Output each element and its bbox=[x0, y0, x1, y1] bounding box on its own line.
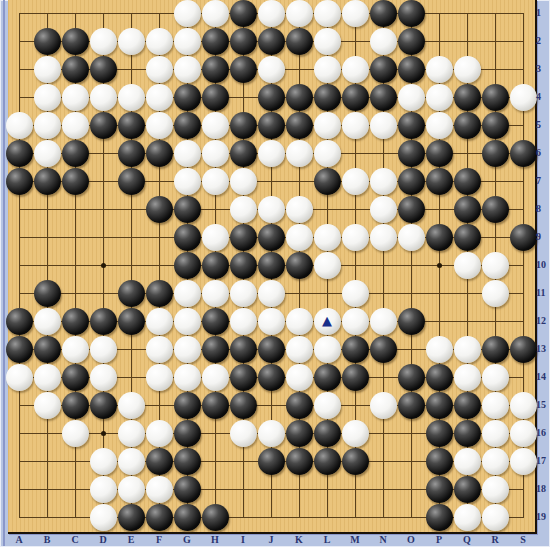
black-stone-O14[interactable] bbox=[398, 364, 425, 391]
white-stone-B5[interactable] bbox=[34, 112, 61, 139]
white-stone-Q17[interactable] bbox=[454, 448, 481, 475]
white-stone-Q3[interactable] bbox=[454, 56, 481, 83]
black-stone-N3[interactable] bbox=[370, 56, 397, 83]
white-stone-M5[interactable] bbox=[342, 112, 369, 139]
black-stone-N1[interactable] bbox=[370, 0, 397, 27]
white-stone-K9[interactable] bbox=[286, 224, 313, 251]
white-stone-B12[interactable] bbox=[34, 308, 61, 335]
black-stone-Q15[interactable] bbox=[454, 392, 481, 419]
black-stone-O1[interactable] bbox=[398, 0, 425, 27]
col-label-J: J bbox=[261, 534, 281, 545]
row-label-15: 15 bbox=[536, 399, 550, 410]
black-stone-I9[interactable] bbox=[230, 224, 257, 251]
black-stone-F8[interactable] bbox=[146, 196, 173, 223]
col-label-G: G bbox=[177, 534, 197, 545]
white-stone-J12[interactable] bbox=[258, 308, 285, 335]
black-stone-G4[interactable] bbox=[174, 84, 201, 111]
white-stone-G2[interactable] bbox=[174, 28, 201, 55]
white-stone-J16[interactable] bbox=[258, 420, 285, 447]
row-label-19: 19 bbox=[536, 511, 550, 522]
black-stone-G15[interactable] bbox=[174, 392, 201, 419]
black-stone-E5[interactable] bbox=[118, 112, 145, 139]
black-stone-H4[interactable] bbox=[202, 84, 229, 111]
white-stone-S4[interactable] bbox=[510, 84, 537, 111]
black-stone-E6[interactable] bbox=[118, 140, 145, 167]
black-stone-D12[interactable] bbox=[90, 308, 117, 335]
white-stone-F14[interactable] bbox=[146, 364, 173, 391]
white-stone-J6[interactable] bbox=[258, 140, 285, 167]
black-stone-R5[interactable] bbox=[482, 112, 509, 139]
white-stone-B14[interactable] bbox=[34, 364, 61, 391]
col-label-B: B bbox=[37, 534, 57, 545]
white-stone-D4[interactable] bbox=[90, 84, 117, 111]
triangle-marker: ▲ bbox=[322, 314, 332, 327]
white-stone-B6[interactable] bbox=[34, 140, 61, 167]
col-label-H: H bbox=[205, 534, 225, 545]
white-stone-P3[interactable] bbox=[426, 56, 453, 83]
white-stone-O4[interactable] bbox=[398, 84, 425, 111]
black-stone-R8[interactable] bbox=[482, 196, 509, 223]
black-stone-H2[interactable] bbox=[202, 28, 229, 55]
black-stone-G17[interactable] bbox=[174, 448, 201, 475]
row-label-4: 4 bbox=[536, 91, 550, 102]
black-stone-F6[interactable] bbox=[146, 140, 173, 167]
black-stone-B7[interactable] bbox=[34, 168, 61, 195]
white-stone-M11[interactable] bbox=[342, 280, 369, 307]
white-stone-N2[interactable] bbox=[370, 28, 397, 55]
white-stone-I8[interactable] bbox=[230, 196, 257, 223]
white-stone-D2[interactable] bbox=[90, 28, 117, 55]
white-stone-L15[interactable] bbox=[314, 392, 341, 419]
col-label-M: M bbox=[345, 534, 365, 545]
black-stone-P9[interactable] bbox=[426, 224, 453, 251]
white-stone-N15[interactable] bbox=[370, 392, 397, 419]
white-stone-F18[interactable] bbox=[146, 476, 173, 503]
black-stone-I1[interactable] bbox=[230, 0, 257, 27]
white-stone-L1[interactable] bbox=[314, 0, 341, 27]
col-label-Q: Q bbox=[457, 534, 477, 545]
white-stone-S17[interactable] bbox=[510, 448, 537, 475]
col-label-D: D bbox=[93, 534, 113, 545]
star-point bbox=[101, 431, 106, 436]
white-stone-G13[interactable] bbox=[174, 336, 201, 363]
black-stone-D5[interactable] bbox=[90, 112, 117, 139]
black-stone-C15[interactable] bbox=[62, 392, 89, 419]
white-stone-G6[interactable] bbox=[174, 140, 201, 167]
black-stone-S9[interactable] bbox=[510, 224, 537, 251]
white-stone-L2[interactable] bbox=[314, 28, 341, 55]
white-stone-G12[interactable] bbox=[174, 308, 201, 335]
row-label-13: 13 bbox=[536, 343, 550, 354]
black-stone-Q9[interactable] bbox=[454, 224, 481, 251]
white-stone-Q19[interactable] bbox=[454, 504, 481, 531]
white-stone-F16[interactable] bbox=[146, 420, 173, 447]
star-point bbox=[437, 263, 442, 268]
black-stone-A7[interactable] bbox=[6, 168, 33, 195]
black-stone-J5[interactable] bbox=[258, 112, 285, 139]
black-stone-G5[interactable] bbox=[174, 112, 201, 139]
white-stone-E17[interactable] bbox=[118, 448, 145, 475]
row-label-6: 6 bbox=[536, 147, 550, 158]
white-stone-G7[interactable] bbox=[174, 168, 201, 195]
col-label-N: N bbox=[373, 534, 393, 545]
white-stone-Q10[interactable] bbox=[454, 252, 481, 279]
white-stone-L10[interactable] bbox=[314, 252, 341, 279]
row-label-12: 12 bbox=[536, 315, 550, 326]
black-stone-P14[interactable] bbox=[426, 364, 453, 391]
white-stone-M12[interactable] bbox=[342, 308, 369, 335]
white-stone-G14[interactable] bbox=[174, 364, 201, 391]
black-stone-R13[interactable] bbox=[482, 336, 509, 363]
black-stone-C14[interactable] bbox=[62, 364, 89, 391]
white-stone-C5[interactable] bbox=[62, 112, 89, 139]
white-stone-D18[interactable] bbox=[90, 476, 117, 503]
white-stone-J3[interactable] bbox=[258, 56, 285, 83]
white-stone-D17[interactable] bbox=[90, 448, 117, 475]
black-stone-G10[interactable] bbox=[174, 252, 201, 279]
black-stone-P18[interactable] bbox=[426, 476, 453, 503]
col-label-R: R bbox=[485, 534, 505, 545]
white-stone-L13[interactable] bbox=[314, 336, 341, 363]
black-stone-F17[interactable] bbox=[146, 448, 173, 475]
black-stone-I2[interactable] bbox=[230, 28, 257, 55]
black-stone-J9[interactable] bbox=[258, 224, 285, 251]
black-stone-E11[interactable] bbox=[118, 280, 145, 307]
row-label-16: 16 bbox=[536, 427, 550, 438]
black-stone-S13[interactable] bbox=[510, 336, 537, 363]
black-stone-O8[interactable] bbox=[398, 196, 425, 223]
white-stone-S15[interactable] bbox=[510, 392, 537, 419]
col-label-P: P bbox=[429, 534, 449, 545]
black-stone-Q4[interactable] bbox=[454, 84, 481, 111]
black-stone-K16[interactable] bbox=[286, 420, 313, 447]
black-stone-A13[interactable] bbox=[6, 336, 33, 363]
black-stone-P17[interactable] bbox=[426, 448, 453, 475]
white-stone-K1[interactable] bbox=[286, 0, 313, 27]
white-stone-A5[interactable] bbox=[6, 112, 33, 139]
black-stone-A6[interactable] bbox=[6, 140, 33, 167]
white-stone-F2[interactable] bbox=[146, 28, 173, 55]
white-stone-F13[interactable] bbox=[146, 336, 173, 363]
black-stone-I6[interactable] bbox=[230, 140, 257, 167]
white-stone-H7[interactable] bbox=[202, 168, 229, 195]
white-stone-I7[interactable] bbox=[230, 168, 257, 195]
col-label-K: K bbox=[289, 534, 309, 545]
white-stone-K8[interactable] bbox=[286, 196, 313, 223]
black-stone-L17[interactable] bbox=[314, 448, 341, 475]
row-label-2: 2 bbox=[536, 35, 550, 46]
white-stone-J8[interactable] bbox=[258, 196, 285, 223]
white-stone-B4[interactable] bbox=[34, 84, 61, 111]
white-stone-R11[interactable] bbox=[482, 280, 509, 307]
row-label-11: 11 bbox=[536, 287, 550, 298]
black-stone-H15[interactable] bbox=[202, 392, 229, 419]
white-stone-G11[interactable] bbox=[174, 280, 201, 307]
black-stone-E19[interactable] bbox=[118, 504, 145, 531]
white-stone-E2[interactable] bbox=[118, 28, 145, 55]
white-stone-F4[interactable] bbox=[146, 84, 173, 111]
black-stone-L16[interactable] bbox=[314, 420, 341, 447]
black-stone-O15[interactable] bbox=[398, 392, 425, 419]
col-label-E: E bbox=[121, 534, 141, 545]
white-stone-E16[interactable] bbox=[118, 420, 145, 447]
white-stone-H11[interactable] bbox=[202, 280, 229, 307]
white-stone-A14[interactable] bbox=[6, 364, 33, 391]
black-stone-Q7[interactable] bbox=[454, 168, 481, 195]
white-stone-D19[interactable] bbox=[90, 504, 117, 531]
black-stone-F11[interactable] bbox=[146, 280, 173, 307]
black-stone-O5[interactable] bbox=[398, 112, 425, 139]
black-stone-P15[interactable] bbox=[426, 392, 453, 419]
white-stone-L9[interactable] bbox=[314, 224, 341, 251]
white-stone-G1[interactable] bbox=[174, 0, 201, 27]
black-stone-Q5[interactable] bbox=[454, 112, 481, 139]
black-stone-K15[interactable] bbox=[286, 392, 313, 419]
row-label-10: 10 bbox=[536, 259, 550, 270]
white-stone-N5[interactable] bbox=[370, 112, 397, 139]
white-stone-H5[interactable] bbox=[202, 112, 229, 139]
white-stone-P13[interactable] bbox=[426, 336, 453, 363]
black-stone-D3[interactable] bbox=[90, 56, 117, 83]
white-stone-M1[interactable] bbox=[342, 0, 369, 27]
black-stone-O6[interactable] bbox=[398, 140, 425, 167]
white-stone-H1[interactable] bbox=[202, 0, 229, 27]
white-stone-O9[interactable] bbox=[398, 224, 425, 251]
row-label-8: 8 bbox=[536, 203, 550, 214]
white-stone-R14[interactable] bbox=[482, 364, 509, 391]
white-stone-N9[interactable] bbox=[370, 224, 397, 251]
black-stone-J13[interactable] bbox=[258, 336, 285, 363]
black-stone-J10[interactable] bbox=[258, 252, 285, 279]
black-stone-F19[interactable] bbox=[146, 504, 173, 531]
black-stone-Q8[interactable] bbox=[454, 196, 481, 223]
black-stone-L14[interactable] bbox=[314, 364, 341, 391]
white-stone-I11[interactable] bbox=[230, 280, 257, 307]
white-stone-H9[interactable] bbox=[202, 224, 229, 251]
black-stone-J4[interactable] bbox=[258, 84, 285, 111]
white-stone-M16[interactable] bbox=[342, 420, 369, 447]
black-stone-C2[interactable] bbox=[62, 28, 89, 55]
black-stone-B2[interactable] bbox=[34, 28, 61, 55]
black-stone-C6[interactable] bbox=[62, 140, 89, 167]
white-stone-R19[interactable] bbox=[482, 504, 509, 531]
white-stone-J11[interactable] bbox=[258, 280, 285, 307]
row-label-5: 5 bbox=[536, 119, 550, 130]
white-stone-P4[interactable] bbox=[426, 84, 453, 111]
white-stone-B15[interactable] bbox=[34, 392, 61, 419]
white-stone-M7[interactable] bbox=[342, 168, 369, 195]
black-stone-G18[interactable] bbox=[174, 476, 201, 503]
white-stone-F3[interactable] bbox=[146, 56, 173, 83]
row-label-1: 1 bbox=[536, 7, 550, 18]
white-stone-R10[interactable] bbox=[482, 252, 509, 279]
col-label-O: O bbox=[401, 534, 421, 545]
black-stone-G16[interactable] bbox=[174, 420, 201, 447]
black-stone-S6[interactable] bbox=[510, 140, 537, 167]
white-stone-R17[interactable] bbox=[482, 448, 509, 475]
white-stone-S16[interactable] bbox=[510, 420, 537, 447]
black-stone-B13[interactable] bbox=[34, 336, 61, 363]
white-stone-P5[interactable] bbox=[426, 112, 453, 139]
black-stone-P19[interactable] bbox=[426, 504, 453, 531]
black-stone-J2[interactable] bbox=[258, 28, 285, 55]
black-stone-H10[interactable] bbox=[202, 252, 229, 279]
black-stone-D15[interactable] bbox=[90, 392, 117, 419]
black-stone-P7[interactable] bbox=[426, 168, 453, 195]
white-stone-R15[interactable] bbox=[482, 392, 509, 419]
black-stone-K17[interactable] bbox=[286, 448, 313, 475]
black-stone-C7[interactable] bbox=[62, 168, 89, 195]
row-label-18: 18 bbox=[536, 483, 550, 494]
row-label-14: 14 bbox=[536, 371, 550, 382]
black-stone-Q18[interactable] bbox=[454, 476, 481, 503]
white-stone-H6[interactable] bbox=[202, 140, 229, 167]
black-stone-E12[interactable] bbox=[118, 308, 145, 335]
black-stone-I13[interactable] bbox=[230, 336, 257, 363]
white-stone-Q13[interactable] bbox=[454, 336, 481, 363]
white-stone-L12[interactable]: ▲ bbox=[314, 308, 341, 335]
white-stone-L6[interactable] bbox=[314, 140, 341, 167]
white-stone-R16[interactable] bbox=[482, 420, 509, 447]
black-stone-M13[interactable] bbox=[342, 336, 369, 363]
white-stone-M9[interactable] bbox=[342, 224, 369, 251]
white-stone-F5[interactable] bbox=[146, 112, 173, 139]
white-stone-B3[interactable] bbox=[34, 56, 61, 83]
black-stone-Q16[interactable] bbox=[454, 420, 481, 447]
white-stone-Q14[interactable] bbox=[454, 364, 481, 391]
white-stone-L5[interactable] bbox=[314, 112, 341, 139]
black-stone-J14[interactable] bbox=[258, 364, 285, 391]
col-label-F: F bbox=[149, 534, 169, 545]
black-stone-O12[interactable] bbox=[398, 308, 425, 335]
white-stone-E4[interactable] bbox=[118, 84, 145, 111]
black-stone-N4[interactable] bbox=[370, 84, 397, 111]
row-label-9: 9 bbox=[536, 231, 550, 242]
white-stone-K14[interactable] bbox=[286, 364, 313, 391]
white-stone-J1[interactable] bbox=[258, 0, 285, 27]
black-stone-K10[interactable] bbox=[286, 252, 313, 279]
black-stone-M17[interactable] bbox=[342, 448, 369, 475]
col-label-C: C bbox=[65, 534, 85, 545]
white-stone-K12[interactable] bbox=[286, 308, 313, 335]
black-stone-L7[interactable] bbox=[314, 168, 341, 195]
white-stone-C4[interactable] bbox=[62, 84, 89, 111]
black-stone-I14[interactable] bbox=[230, 364, 257, 391]
star-point bbox=[101, 263, 106, 268]
black-stone-I3[interactable] bbox=[230, 56, 257, 83]
white-stone-N7[interactable] bbox=[370, 168, 397, 195]
black-stone-H19[interactable] bbox=[202, 504, 229, 531]
white-stone-I12[interactable] bbox=[230, 308, 257, 335]
black-stone-I15[interactable] bbox=[230, 392, 257, 419]
col-label-I: I bbox=[233, 534, 253, 545]
white-stone-F12[interactable] bbox=[146, 308, 173, 335]
black-stone-K5[interactable] bbox=[286, 112, 313, 139]
white-stone-N12[interactable] bbox=[370, 308, 397, 335]
black-stone-C12[interactable] bbox=[62, 308, 89, 335]
black-stone-K2[interactable] bbox=[286, 28, 313, 55]
black-stone-I10[interactable] bbox=[230, 252, 257, 279]
black-stone-N13[interactable] bbox=[370, 336, 397, 363]
black-stone-P16[interactable] bbox=[426, 420, 453, 447]
row-label-17: 17 bbox=[536, 455, 550, 466]
white-stone-E18[interactable] bbox=[118, 476, 145, 503]
black-stone-B11[interactable] bbox=[34, 280, 61, 307]
black-stone-M4[interactable] bbox=[342, 84, 369, 111]
black-stone-H3[interactable] bbox=[202, 56, 229, 83]
white-stone-K6[interactable] bbox=[286, 140, 313, 167]
black-stone-J17[interactable] bbox=[258, 448, 285, 475]
white-stone-K13[interactable] bbox=[286, 336, 313, 363]
white-stone-D13[interactable] bbox=[90, 336, 117, 363]
black-stone-K4[interactable] bbox=[286, 84, 313, 111]
black-stone-C3[interactable] bbox=[62, 56, 89, 83]
white-stone-R18[interactable] bbox=[482, 476, 509, 503]
black-stone-P6[interactable] bbox=[426, 140, 453, 167]
black-stone-A12[interactable] bbox=[6, 308, 33, 335]
black-stone-O3[interactable] bbox=[398, 56, 425, 83]
black-stone-I5[interactable] bbox=[230, 112, 257, 139]
white-stone-C13[interactable] bbox=[62, 336, 89, 363]
white-stone-M3[interactable] bbox=[342, 56, 369, 83]
white-stone-L3[interactable] bbox=[314, 56, 341, 83]
row-label-7: 7 bbox=[536, 175, 550, 186]
black-stone-E7[interactable] bbox=[118, 168, 145, 195]
black-stone-O2[interactable] bbox=[398, 28, 425, 55]
black-stone-G19[interactable] bbox=[174, 504, 201, 531]
black-stone-R6[interactable] bbox=[482, 140, 509, 167]
black-stone-O7[interactable] bbox=[398, 168, 425, 195]
white-stone-C16[interactable] bbox=[62, 420, 89, 447]
col-label-S: S bbox=[513, 534, 533, 545]
white-stone-H14[interactable] bbox=[202, 364, 229, 391]
black-stone-R4[interactable] bbox=[482, 84, 509, 111]
black-stone-H13[interactable] bbox=[202, 336, 229, 363]
white-stone-G3[interactable] bbox=[174, 56, 201, 83]
black-stone-G8[interactable] bbox=[174, 196, 201, 223]
black-stone-H12[interactable] bbox=[202, 308, 229, 335]
white-stone-I16[interactable] bbox=[230, 420, 257, 447]
white-stone-E15[interactable] bbox=[118, 392, 145, 419]
col-label-L: L bbox=[317, 534, 337, 545]
white-stone-N8[interactable] bbox=[370, 196, 397, 223]
black-stone-G9[interactable] bbox=[174, 224, 201, 251]
row-label-3: 3 bbox=[536, 63, 550, 74]
white-stone-D14[interactable] bbox=[90, 364, 117, 391]
black-stone-M14[interactable] bbox=[342, 364, 369, 391]
col-label-A: A bbox=[9, 534, 29, 545]
black-stone-L4[interactable] bbox=[314, 84, 341, 111]
